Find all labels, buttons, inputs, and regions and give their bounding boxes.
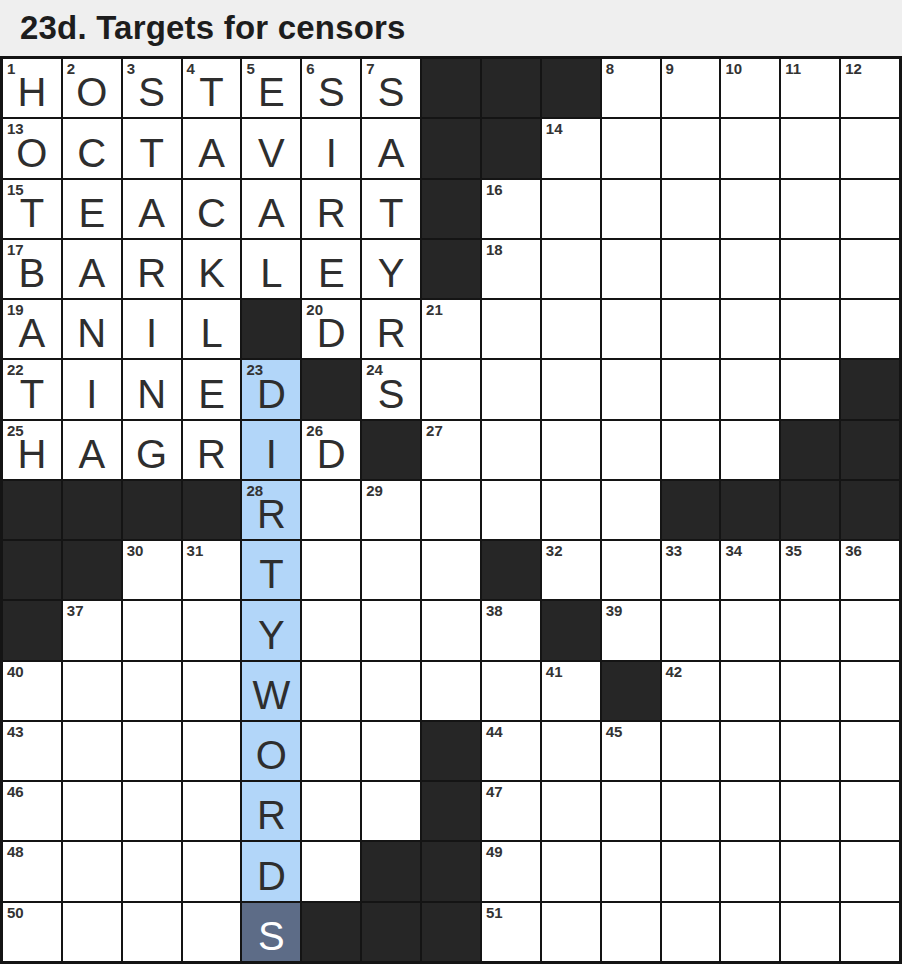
cell[interactable] [422,662,480,720]
cell[interactable]: G [123,421,181,479]
cell[interactable]: T [123,119,181,177]
cell[interactable]: 19A [3,300,61,358]
black-cell [362,842,420,900]
cell[interactable] [302,842,360,900]
cell[interactable] [482,360,540,418]
cell[interactable] [662,903,720,961]
cell[interactable] [662,180,720,238]
cell-number: 4 [187,60,195,77]
cell-letter: I [86,374,97,419]
cell[interactable] [302,722,360,780]
cell[interactable]: 14 [542,119,600,177]
cell[interactable]: 45 [602,722,660,780]
cell-number: 40 [7,663,24,680]
cell-letter: R [137,253,166,298]
cell[interactable] [721,421,779,479]
cell-number: 39 [606,602,623,619]
cell-number: 47 [486,783,503,800]
cell-letter: A [78,434,105,479]
cell[interactable]: 33 [662,541,720,599]
cell[interactable]: C [183,180,241,238]
cell[interactable]: 13O [3,119,61,177]
cell[interactable]: C [63,119,121,177]
cell[interactable]: 22T [3,360,61,418]
cell-number: 22 [7,361,24,378]
cell-number: 38 [486,602,503,619]
cell-letter: E [78,193,105,238]
cell[interactable]: Y [362,240,420,298]
black-cell [183,481,241,539]
black-cell [242,300,300,358]
cell-letter: T [20,193,44,238]
cell-letter: G [136,434,167,479]
cell-number: 15 [7,181,24,198]
cell[interactable] [422,601,480,659]
black-cell [422,903,480,961]
cell[interactable]: 34 [721,541,779,599]
cell[interactable] [841,240,899,298]
cell-number: 36 [845,542,862,559]
cell[interactable]: A [123,180,181,238]
cell[interactable] [602,481,660,539]
cell[interactable] [123,662,181,720]
cell[interactable]: R [302,180,360,238]
cell[interactable]: 41 [542,662,600,720]
black-cell [721,481,779,539]
cell[interactable] [721,782,779,840]
cell[interactable]: A [242,180,300,238]
cell[interactable]: E [63,180,121,238]
cell[interactable]: 17B [3,240,61,298]
cell-letter: S [138,72,165,117]
crossword-grid: 1H2O3S4T5E6S7S8910111213OCTAVIA1415TEACA… [0,56,902,964]
black-cell [302,360,360,418]
cell[interactable] [302,782,360,840]
black-cell [422,842,480,900]
cell[interactable] [721,722,779,780]
cell-number: 25 [7,422,24,439]
cell[interactable]: T [362,180,420,238]
cell-number: 27 [426,422,443,439]
cell[interactable]: I [302,119,360,177]
cell-letter: D [317,313,346,358]
cell-number: 12 [845,60,862,77]
cell[interactable]: 18 [482,240,540,298]
cell[interactable] [662,360,720,418]
cell[interactable]: 40 [3,662,61,720]
cell-letter: A [138,193,165,238]
cell[interactable] [662,300,720,358]
cell[interactable]: 32 [542,541,600,599]
cell-letter: L [200,313,222,358]
cell[interactable]: 15T [3,180,61,238]
cell[interactable]: 30 [123,541,181,599]
cell[interactable]: 26D [302,421,360,479]
cell[interactable] [781,662,839,720]
cell[interactable] [662,601,720,659]
cell-number: 24 [366,361,383,378]
cell[interactable]: 51 [482,903,540,961]
cell-number: 18 [486,241,503,258]
cell[interactable]: 10 [721,59,779,117]
cell-letter: S [378,374,405,419]
cell-letter: A [378,133,405,178]
cell[interactable] [123,842,181,900]
cell[interactable]: 46 [3,782,61,840]
black-cell [841,481,899,539]
cell[interactable] [602,119,660,177]
cell[interactable]: 20D [302,300,360,358]
cell-letter: S [258,916,285,961]
cell[interactable] [422,360,480,418]
cell-number: 30 [127,542,144,559]
cell[interactable] [602,421,660,479]
cell[interactable] [302,662,360,720]
cell-number: 1 [7,60,15,77]
cell[interactable] [662,722,720,780]
black-cell [482,541,540,599]
black-cell [542,59,600,117]
cell[interactable]: 6S [302,59,360,117]
cell[interactable] [721,601,779,659]
cell-number: 37 [67,602,84,619]
cell[interactable] [841,119,899,177]
black-cell [841,421,899,479]
cell[interactable] [123,722,181,780]
cell-number: 13 [7,120,24,137]
black-cell [542,601,600,659]
cell-number: 44 [486,723,503,740]
cell[interactable] [841,180,899,238]
cell[interactable] [602,240,660,298]
cell[interactable] [781,601,839,659]
cell[interactable]: 24S [362,360,420,418]
cell[interactable]: 28R [242,481,300,539]
cell[interactable] [602,541,660,599]
cell[interactable] [781,782,839,840]
cell[interactable]: R [123,240,181,298]
cell[interactable] [542,300,600,358]
cell[interactable]: 44 [482,722,540,780]
cell[interactable] [542,481,600,539]
cell[interactable] [542,240,600,298]
black-cell [781,481,839,539]
cell[interactable]: L [242,240,300,298]
cell-letter: T [199,72,223,117]
cell[interactable] [63,782,121,840]
black-cell [422,180,480,238]
cell-number: 8 [606,60,614,77]
cell-letter: A [19,313,46,358]
cell[interactable]: 7S [362,59,420,117]
cell[interactable] [542,903,600,961]
cell[interactable] [841,782,899,840]
cell-number: 26 [306,422,323,439]
cell[interactable]: 42 [662,662,720,720]
cell[interactable] [63,662,121,720]
cell[interactable] [781,903,839,961]
cell[interactable] [662,240,720,298]
cell[interactable] [841,903,899,961]
cell[interactable] [482,421,540,479]
cell[interactable] [362,662,420,720]
cell[interactable] [781,180,839,238]
cell[interactable] [542,842,600,900]
cell[interactable] [602,842,660,900]
cell[interactable] [721,842,779,900]
cell-number: 9 [666,60,674,77]
cell[interactable] [123,601,181,659]
cell-number: 14 [546,120,563,137]
cell[interactable]: R [183,421,241,479]
cell[interactable] [781,119,839,177]
black-cell [482,59,540,117]
cell[interactable]: E [302,240,360,298]
cell[interactable]: W [242,662,300,720]
cell[interactable]: I [123,300,181,358]
cell[interactable]: 43 [3,722,61,780]
cell-letter: T [20,374,44,419]
cell[interactable] [721,300,779,358]
cell[interactable]: L [183,300,241,358]
cell[interactable] [662,421,720,479]
cell[interactable] [662,782,720,840]
cell-number: 48 [7,843,24,860]
cell[interactable] [721,119,779,177]
cell[interactable]: N [123,360,181,418]
cell[interactable]: 23D [242,360,300,418]
cell[interactable]: 50 [3,903,61,961]
black-cell [302,903,360,961]
cell[interactable] [362,722,420,780]
black-cell [422,782,480,840]
cell[interactable] [183,662,241,720]
cell-letter: N [77,313,106,358]
cell[interactable] [63,842,121,900]
cell[interactable] [841,842,899,900]
cell[interactable] [721,903,779,961]
cell[interactable] [542,421,600,479]
cell[interactable] [362,782,420,840]
cell[interactable] [542,782,600,840]
cell[interactable]: A [362,119,420,177]
cell-number: 34 [725,542,742,559]
cell-number: 43 [7,723,24,740]
cell[interactable]: D [242,842,300,900]
cell[interactable] [841,601,899,659]
cell-letter: B [19,253,46,298]
cell-number: 2 [67,60,75,77]
cell[interactable]: 39 [602,601,660,659]
cell[interactable] [183,722,241,780]
cell-letter: O [16,133,47,178]
cell[interactable]: 38 [482,601,540,659]
cell[interactable] [362,601,420,659]
cell[interactable] [422,481,480,539]
cell[interactable]: I [63,360,121,418]
cell[interactable]: 47 [482,782,540,840]
cell-number: 29 [366,482,383,499]
cell[interactable] [302,601,360,659]
cell[interactable]: 49 [482,842,540,900]
cell[interactable] [781,240,839,298]
cell-letter: E [258,72,285,117]
cell[interactable] [602,782,660,840]
cell[interactable] [602,903,660,961]
black-cell [3,601,61,659]
cell-letter: C [197,193,226,238]
cell-number: 31 [187,542,204,559]
cell[interactable]: I [242,421,300,479]
cell[interactable] [123,782,181,840]
cell[interactable]: 2O [63,59,121,117]
cell-number: 23 [246,361,263,378]
cell-letter: I [266,434,277,479]
cell[interactable]: 8 [602,59,660,117]
cell[interactable] [302,541,360,599]
cell[interactable] [781,300,839,358]
cell[interactable] [662,119,720,177]
cell-number: 21 [426,301,443,318]
cell[interactable]: 12 [841,59,899,117]
cell[interactable] [781,360,839,418]
black-cell [602,662,660,720]
cell-number: 28 [246,482,263,499]
black-cell [3,481,61,539]
cell[interactable] [482,300,540,358]
cell-letter: E [198,374,225,419]
cell[interactable] [183,842,241,900]
cell-letter: R [197,434,226,479]
cell[interactable] [662,842,720,900]
cell-number: 32 [546,542,563,559]
cell[interactable]: A [63,240,121,298]
cell[interactable] [721,662,779,720]
cell[interactable]: T [242,541,300,599]
cell[interactable]: 9 [662,59,720,117]
cell[interactable]: S [242,903,300,961]
cell-number: 20 [306,301,323,318]
cell[interactable]: 4T [183,59,241,117]
cell[interactable] [422,541,480,599]
cell-letter: T [379,193,403,238]
cell[interactable] [602,300,660,358]
black-cell [362,903,420,961]
cell[interactable]: N [63,300,121,358]
cell[interactable] [542,722,600,780]
cell[interactable] [183,601,241,659]
clue-bar: 23d. Targets for censors [0,0,902,56]
cell[interactable] [781,722,839,780]
cell[interactable]: 37 [63,601,121,659]
cell[interactable] [841,662,899,720]
cell[interactable] [362,541,420,599]
cell-letter: D [317,434,346,479]
cell[interactable] [123,903,181,961]
cell[interactable] [721,360,779,418]
cell[interactable] [63,903,121,961]
cell-letter: R [257,795,286,840]
cell[interactable]: O [242,722,300,780]
cell-letter: L [260,253,282,298]
cell-number: 7 [366,60,374,77]
cell[interactable] [602,180,660,238]
cell[interactable]: 11 [781,59,839,117]
cell[interactable]: 21 [422,300,480,358]
cell-letter: H [17,72,46,117]
black-cell [482,119,540,177]
cell-letter: O [256,735,287,780]
cell[interactable]: 29 [362,481,420,539]
cell[interactable]: R [242,782,300,840]
crossword-app: 23d. Targets for censors 1H2O3S4T5E6S7S8… [0,0,902,964]
cell[interactable] [482,662,540,720]
cell-number: 50 [7,904,24,921]
cell[interactable] [63,722,121,780]
cell[interactable]: 1H [3,59,61,117]
cell-number: 17 [7,241,24,258]
cell-letter: S [378,72,405,117]
cell[interactable]: Y [242,601,300,659]
cell-letter: D [257,374,286,419]
cell[interactable] [841,722,899,780]
cell[interactable]: 25H [3,421,61,479]
cell[interactable]: 31 [183,541,241,599]
cell[interactable] [841,300,899,358]
cell[interactable] [781,842,839,900]
cell[interactable]: V [242,119,300,177]
black-cell [422,240,480,298]
cell[interactable] [183,782,241,840]
cell[interactable]: 35 [781,541,839,599]
black-cell [63,481,121,539]
black-cell [662,481,720,539]
cell[interactable] [542,180,600,238]
cell[interactable] [721,180,779,238]
cell[interactable]: R [362,300,420,358]
cell[interactable] [183,903,241,961]
cell[interactable] [721,240,779,298]
cell-number: 19 [7,301,24,318]
cell-number: 33 [666,542,683,559]
cell-letter: T [139,133,163,178]
cell[interactable] [302,481,360,539]
cell[interactable]: 36 [841,541,899,599]
cell-letter: T [259,554,283,599]
cell[interactable]: A [63,421,121,479]
cell[interactable]: 3S [123,59,181,117]
cell[interactable]: 27 [422,421,480,479]
black-cell [422,119,480,177]
cell-number: 6 [306,60,314,77]
cell[interactable]: 16 [482,180,540,238]
black-cell [781,421,839,479]
cell[interactable]: A [183,119,241,177]
cell-letter: I [326,133,337,178]
cell[interactable]: 5E [242,59,300,117]
cell[interactable] [542,360,600,418]
cell[interactable]: E [183,360,241,418]
black-cell [362,421,420,479]
cell-number: 46 [7,783,24,800]
black-cell [422,59,480,117]
cell-number: 51 [486,904,503,921]
cell[interactable] [602,360,660,418]
cell[interactable]: 48 [3,842,61,900]
cell-letter: A [198,133,225,178]
cell[interactable] [482,481,540,539]
cell[interactable]: K [183,240,241,298]
